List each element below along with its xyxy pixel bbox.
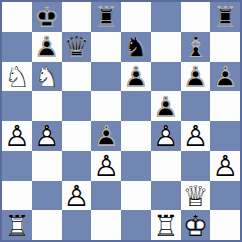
square-a8[interactable]: [2, 2, 32, 32]
square-d4[interactable]: ♟♙: [91, 121, 121, 151]
black-rook-outline-glyph: ♖: [91, 3, 121, 33]
square-d7[interactable]: [91, 32, 121, 62]
square-d3[interactable]: ♟♙: [91, 151, 121, 181]
square-c4[interactable]: [62, 121, 92, 151]
square-e8[interactable]: [121, 2, 151, 32]
black-pawn-outline-glyph: ♙: [151, 92, 181, 122]
square-g6[interactable]: ♟♙: [181, 62, 211, 92]
square-a6[interactable]: ♞♘: [2, 62, 32, 92]
white-pawn-outline-glyph: ♙: [151, 122, 181, 152]
square-e6[interactable]: ♟♙: [121, 62, 151, 92]
square-b7[interactable]: ♟♙: [32, 32, 62, 62]
square-e2[interactable]: [121, 181, 151, 211]
square-b3[interactable]: [32, 151, 62, 181]
piece-black-bishop[interactable]: ♝♗: [181, 32, 211, 62]
piece-white-pawn[interactable]: ♟♙: [210, 151, 240, 181]
square-b5[interactable]: [32, 91, 62, 121]
square-c3[interactable]: [62, 151, 92, 181]
square-e3[interactable]: [121, 151, 151, 181]
black-king-outline-glyph: ♔: [32, 3, 62, 33]
black-bishop-outline-glyph: ♗: [181, 33, 211, 63]
square-h1[interactable]: [210, 210, 240, 240]
white-queen-outline-glyph: ♕: [181, 182, 211, 212]
square-b1[interactable]: [32, 210, 62, 240]
square-d8[interactable]: ♜♖: [91, 2, 121, 32]
square-e4[interactable]: [121, 121, 151, 151]
piece-white-pawn[interactable]: ♟♙: [151, 121, 181, 151]
piece-black-rook[interactable]: ♜♖: [210, 2, 240, 32]
square-h2[interactable]: [210, 181, 240, 211]
black-rook-outline-glyph: ♖: [210, 3, 240, 33]
square-d2[interactable]: [91, 181, 121, 211]
square-g2[interactable]: ♛♕: [181, 181, 211, 211]
piece-white-knight[interactable]: ♞♘: [32, 62, 62, 92]
piece-white-pawn[interactable]: ♟♙: [91, 151, 121, 181]
piece-black-queen[interactable]: ♛♕: [62, 32, 92, 62]
square-g1[interactable]: ♚♔: [181, 210, 211, 240]
square-h6[interactable]: ♟♙: [210, 62, 240, 92]
white-pawn-outline-glyph: ♙: [181, 122, 211, 152]
piece-black-pawn[interactable]: ♟♙: [210, 62, 240, 92]
square-e7[interactable]: ♞♘: [121, 32, 151, 62]
square-f8[interactable]: [151, 2, 181, 32]
black-pawn-outline-glyph: ♙: [32, 33, 62, 63]
square-a1[interactable]: ♜♖: [2, 210, 32, 240]
square-b2[interactable]: [32, 181, 62, 211]
square-f1[interactable]: ♜♖: [151, 210, 181, 240]
piece-black-knight[interactable]: ♞♘: [121, 32, 151, 62]
square-a2[interactable]: [2, 181, 32, 211]
black-pawn-outline-glyph: ♙: [91, 122, 121, 152]
square-c1[interactable]: [62, 210, 92, 240]
white-rook-outline-glyph: ♖: [2, 211, 32, 241]
square-c2[interactable]: ♟♙: [62, 181, 92, 211]
white-rook-outline-glyph: ♖: [151, 211, 181, 241]
square-h8[interactable]: ♜♖: [210, 2, 240, 32]
piece-white-rook[interactable]: ♜♖: [2, 210, 32, 240]
black-queen-outline-glyph: ♕: [62, 33, 92, 63]
piece-white-pawn[interactable]: ♟♙: [62, 181, 92, 211]
black-knight-outline-glyph: ♘: [121, 33, 151, 63]
square-h5[interactable]: [210, 91, 240, 121]
white-pawn-outline-glyph: ♙: [210, 152, 240, 182]
square-a5[interactable]: [2, 91, 32, 121]
piece-black-pawn[interactable]: ♟♙: [91, 121, 121, 151]
square-g7[interactable]: ♝♗: [181, 32, 211, 62]
white-king-outline-glyph: ♔: [181, 211, 211, 241]
square-f5[interactable]: ♟♙: [151, 91, 181, 121]
square-e1[interactable]: [121, 210, 151, 240]
chess-board: ♚♔♜♖♜♖♟♙♛♕♞♘♝♗♞♘♞♘♟♙♟♙♟♙♟♙♟♙♟♙♟♙♟♙♟♙♟♙♟♙…: [0, 0, 242, 242]
square-a4[interactable]: ♟♙: [2, 121, 32, 151]
square-c6[interactable]: [62, 62, 92, 92]
square-h7[interactable]: [210, 32, 240, 62]
white-pawn-outline-glyph: ♙: [2, 122, 32, 152]
black-pawn-outline-glyph: ♙: [121, 63, 151, 93]
square-a3[interactable]: [2, 151, 32, 181]
square-b6[interactable]: ♞♘: [32, 62, 62, 92]
piece-white-pawn[interactable]: ♟♙: [2, 121, 32, 151]
white-pawn-outline-glyph: ♙: [32, 122, 62, 152]
piece-black-pawn[interactable]: ♟♙: [151, 91, 181, 121]
square-e5[interactable]: [121, 91, 151, 121]
white-knight-outline-glyph: ♘: [2, 63, 32, 93]
square-h4[interactable]: [210, 121, 240, 151]
piece-white-rook[interactable]: ♜♖: [151, 210, 181, 240]
square-b4[interactable]: ♟♙: [32, 121, 62, 151]
white-pawn-outline-glyph: ♙: [91, 152, 121, 182]
piece-black-pawn[interactable]: ♟♙: [121, 62, 151, 92]
square-f3[interactable]: [151, 151, 181, 181]
square-g3[interactable]: [181, 151, 211, 181]
square-c5[interactable]: [62, 91, 92, 121]
square-d5[interactable]: [91, 91, 121, 121]
square-g8[interactable]: [181, 2, 211, 32]
square-a7[interactable]: [2, 32, 32, 62]
square-d6[interactable]: [91, 62, 121, 92]
piece-black-pawn[interactable]: ♟♙: [32, 32, 62, 62]
square-f4[interactable]: ♟♙: [151, 121, 181, 151]
piece-white-pawn[interactable]: ♟♙: [32, 121, 62, 151]
square-b8[interactable]: ♚♔: [32, 2, 62, 32]
black-pawn-outline-glyph: ♙: [181, 63, 211, 93]
piece-white-knight[interactable]: ♞♘: [2, 62, 32, 92]
white-knight-outline-glyph: ♘: [32, 63, 62, 93]
piece-black-pawn[interactable]: ♟♙: [181, 62, 211, 92]
square-d1[interactable]: [91, 210, 121, 240]
square-f6[interactable]: [151, 62, 181, 92]
square-c8[interactable]: [62, 2, 92, 32]
piece-black-king[interactable]: ♚♔: [32, 2, 62, 32]
square-f7[interactable]: [151, 32, 181, 62]
piece-white-king[interactable]: ♚♔: [181, 210, 211, 240]
piece-white-queen[interactable]: ♛♕: [181, 181, 211, 211]
square-h3[interactable]: ♟♙: [210, 151, 240, 181]
square-c7[interactable]: ♛♕: [62, 32, 92, 62]
white-pawn-outline-glyph: ♙: [62, 182, 92, 212]
square-g5[interactable]: [181, 91, 211, 121]
square-g4[interactable]: ♟♙: [181, 121, 211, 151]
piece-white-pawn[interactable]: ♟♙: [181, 121, 211, 151]
piece-black-rook[interactable]: ♜♖: [91, 2, 121, 32]
black-pawn-outline-glyph: ♙: [210, 63, 240, 93]
square-f2[interactable]: [151, 181, 181, 211]
